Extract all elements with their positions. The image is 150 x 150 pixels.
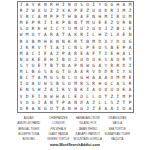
word-item: JAVAN RHINO — [78, 128, 97, 131]
word-list-column-3: HAWAIIAN CROWISLAND FOXJAVAN RHINOKAKAPO… — [73, 117, 103, 141]
word-item: CONDOR — [52, 122, 65, 125]
word-item: AMUR LEOPARD — [17, 122, 40, 125]
word-item: SUMATRAN TIGER — [104, 133, 130, 136]
word-list-column-2: CHIMPANZEECONDORFIN WHALEGIANT PANDAGREE… — [44, 117, 74, 141]
word-item: ADDAX — [24, 117, 34, 120]
word-item: VAQUITA — [111, 138, 123, 141]
word-item: BENGAL TIGER — [18, 128, 39, 131]
puzzle-grid-box: JAVANRHINOSOIYGGHAMRZWXUZZXKPEZUQDRJMZVR… — [17, 1, 134, 113]
word-item: GREEN TURTLE — [47, 138, 69, 141]
word-item: GIANT PANDA — [49, 133, 68, 136]
word-list-column-1: ADDAXAMUR LEOPARDBENGAL TIGERBLUEFIN TUN… — [14, 117, 44, 141]
word-item: BONOBO — [22, 138, 35, 141]
word-item: HAWAIIAN CROW — [76, 117, 100, 120]
word-item: CHIMPANZEE — [49, 117, 68, 120]
letter-grid: JAVANRHINOSOIYGGHAMRZWXUZZXKPEZUQDRJMZVR… — [18, 2, 133, 112]
footer-site-link: www.WordSearchAddict.com — [0, 143, 150, 147]
word-item: MOUNTAIN GORILLA — [73, 138, 102, 141]
word-item: BLUEFIN TUNA — [18, 133, 39, 136]
word-item: SEA TURTLE — [108, 128, 126, 131]
word-item: KAKAPO PARROT — [75, 133, 100, 136]
word-list: ADDAXAMUR LEOPARDBENGAL TIGERBLUEFIN TUN… — [14, 117, 132, 141]
word-item: ISLAND FOX — [79, 122, 96, 125]
word-item: FIN WHALE — [50, 128, 66, 131]
grid-cell-r18c19[interactable]: A — [127, 106, 133, 112]
word-item: ORANGUTAN — [108, 117, 126, 120]
word-item: SAOLA — [112, 122, 122, 125]
word-list-column-4: ORANGUTANSAOLASEA TURTLESUMATRAN TIGERVA… — [103, 117, 133, 141]
